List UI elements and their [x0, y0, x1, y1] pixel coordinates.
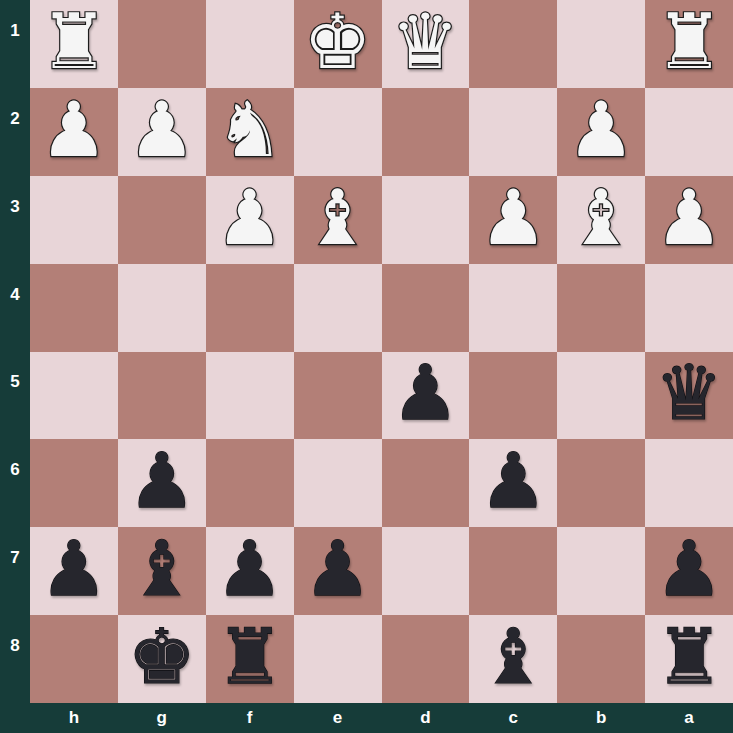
square-g3[interactable]	[118, 176, 206, 264]
square-a8[interactable]: ♜	[645, 615, 733, 703]
white-rook: ♜	[40, 4, 108, 80]
square-c3[interactable]: ♟	[469, 176, 557, 264]
square-g7[interactable]: ♝	[118, 527, 206, 615]
square-e6[interactable]	[294, 439, 382, 527]
square-g6[interactable]: ♟	[118, 439, 206, 527]
square-a4[interactable]	[645, 264, 733, 352]
rank-label-6: 6	[0, 439, 30, 527]
square-c7[interactable]	[469, 527, 557, 615]
rank-label-1: 1	[0, 0, 30, 88]
black-pawn: ♟	[40, 531, 108, 607]
black-king: ♚	[128, 619, 196, 695]
black-bishop: ♝	[479, 619, 547, 695]
square-f4[interactable]	[206, 264, 294, 352]
black-pawn: ♟	[216, 531, 284, 607]
square-g8[interactable]: ♚	[118, 615, 206, 703]
white-bishop: ♝	[303, 180, 371, 256]
square-e8[interactable]	[294, 615, 382, 703]
square-h7[interactable]: ♟	[30, 527, 118, 615]
white-pawn: ♟	[128, 92, 196, 168]
square-d6[interactable]	[382, 439, 470, 527]
white-bishop: ♝	[567, 180, 635, 256]
square-f3[interactable]: ♟	[206, 176, 294, 264]
file-label-f: f	[206, 703, 294, 733]
black-rook: ♜	[655, 619, 723, 695]
black-queen: ♛	[655, 355, 723, 431]
black-pawn: ♟	[391, 355, 459, 431]
file-label-b: b	[557, 703, 645, 733]
file-labels: hgfedcba	[30, 703, 733, 733]
white-pawn: ♟	[479, 180, 547, 256]
square-e4[interactable]	[294, 264, 382, 352]
white-queen: ♛	[391, 4, 459, 80]
square-h5[interactable]	[30, 352, 118, 440]
square-b4[interactable]	[557, 264, 645, 352]
rank-label-7: 7	[0, 527, 30, 615]
square-a2[interactable]	[645, 88, 733, 176]
square-c1[interactable]	[469, 0, 557, 88]
square-h4[interactable]	[30, 264, 118, 352]
white-pawn: ♟	[40, 92, 108, 168]
rank-labels: 12345678	[0, 0, 30, 703]
file-label-c: c	[469, 703, 557, 733]
black-bishop: ♝	[128, 531, 196, 607]
white-pawn: ♟	[567, 92, 635, 168]
square-h3[interactable]	[30, 176, 118, 264]
file-label-g: g	[118, 703, 206, 733]
square-c8[interactable]: ♝	[469, 615, 557, 703]
square-d1[interactable]: ♛	[382, 0, 470, 88]
file-label-e: e	[294, 703, 382, 733]
black-pawn: ♟	[303, 531, 371, 607]
rank-label-5: 5	[0, 352, 30, 440]
square-g2[interactable]: ♟	[118, 88, 206, 176]
square-d5[interactable]: ♟	[382, 352, 470, 440]
square-e2[interactable]	[294, 88, 382, 176]
square-a5[interactable]: ♛	[645, 352, 733, 440]
square-c4[interactable]	[469, 264, 557, 352]
white-knight: ♞	[216, 92, 284, 168]
square-b7[interactable]	[557, 527, 645, 615]
square-a6[interactable]	[645, 439, 733, 527]
square-b3[interactable]: ♝	[557, 176, 645, 264]
white-pawn: ♟	[216, 180, 284, 256]
square-d7[interactable]	[382, 527, 470, 615]
square-e1[interactable]: ♚	[294, 0, 382, 88]
chess-board: ♜♚♛♜♟♟♞♟♟♝♟♝♟♟♛♟♟♟♝♟♟♟♚♜♝♜	[30, 0, 733, 703]
square-g4[interactable]	[118, 264, 206, 352]
square-b2[interactable]: ♟	[557, 88, 645, 176]
square-h2[interactable]: ♟	[30, 88, 118, 176]
square-d2[interactable]	[382, 88, 470, 176]
file-label-a: a	[645, 703, 733, 733]
square-h8[interactable]	[30, 615, 118, 703]
black-pawn: ♟	[479, 443, 547, 519]
square-h6[interactable]	[30, 439, 118, 527]
black-pawn: ♟	[655, 531, 723, 607]
board-frame: 12345678 ♜♚♛♜♟♟♞♟♟♝♟♝♟♟♛♟♟♟♝♟♟♟♚♜♝♜ hgfe…	[0, 0, 733, 733]
square-b8[interactable]	[557, 615, 645, 703]
square-e5[interactable]	[294, 352, 382, 440]
square-b5[interactable]	[557, 352, 645, 440]
square-d8[interactable]	[382, 615, 470, 703]
square-g5[interactable]	[118, 352, 206, 440]
black-rook: ♜	[216, 619, 284, 695]
file-label-d: d	[382, 703, 470, 733]
square-f7[interactable]: ♟	[206, 527, 294, 615]
white-king: ♚	[303, 4, 371, 80]
rank-label-8: 8	[0, 615, 30, 703]
black-pawn: ♟	[128, 443, 196, 519]
square-g1[interactable]	[118, 0, 206, 88]
white-pawn: ♟	[655, 180, 723, 256]
square-d4[interactable]	[382, 264, 470, 352]
square-c2[interactable]	[469, 88, 557, 176]
square-c5[interactable]	[469, 352, 557, 440]
square-b1[interactable]	[557, 0, 645, 88]
square-h1[interactable]: ♜	[30, 0, 118, 88]
square-c6[interactable]: ♟	[469, 439, 557, 527]
square-f8[interactable]: ♜	[206, 615, 294, 703]
rank-label-4: 4	[0, 264, 30, 352]
square-a7[interactable]: ♟	[645, 527, 733, 615]
square-b6[interactable]	[557, 439, 645, 527]
square-a3[interactable]: ♟	[645, 176, 733, 264]
square-f2[interactable]: ♞	[206, 88, 294, 176]
white-rook: ♜	[655, 4, 723, 80]
square-e7[interactable]: ♟	[294, 527, 382, 615]
file-label-h: h	[30, 703, 118, 733]
square-e3[interactable]: ♝	[294, 176, 382, 264]
square-f6[interactable]	[206, 439, 294, 527]
square-a1[interactable]: ♜	[645, 0, 733, 88]
rank-label-3: 3	[0, 176, 30, 264]
square-f1[interactable]	[206, 0, 294, 88]
square-d3[interactable]	[382, 176, 470, 264]
rank-label-2: 2	[0, 88, 30, 176]
square-f5[interactable]	[206, 352, 294, 440]
